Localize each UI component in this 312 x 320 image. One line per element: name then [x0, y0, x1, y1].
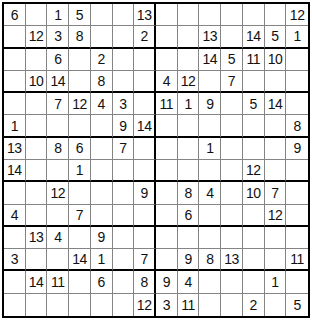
cell-r8c5-empty[interactable] — [91, 160, 113, 182]
cell-r3c12-given: 11 — [243, 49, 265, 71]
cell-r10c12-empty[interactable] — [243, 205, 265, 227]
cell-r6c14-given: 8 — [286, 115, 308, 137]
cell-r2c11-empty[interactable] — [221, 26, 243, 48]
cell-r12c5-given: 1 — [91, 249, 113, 271]
cell-r4c1-empty[interactable] — [4, 71, 26, 93]
cell-r14c8-given: 3 — [156, 294, 178, 316]
cell-r7c13-empty[interactable] — [265, 138, 287, 160]
cell-r8c11-empty[interactable] — [221, 160, 243, 182]
cell-r7c5-empty[interactable] — [91, 138, 113, 160]
cell-r8c9-empty[interactable] — [178, 160, 200, 182]
cell-r14c4-empty[interactable] — [69, 294, 91, 316]
cell-r11c2-given: 13 — [26, 227, 48, 249]
cell-r14c11-empty[interactable] — [221, 294, 243, 316]
cell-r10c11-empty[interactable] — [221, 205, 243, 227]
cell-r4c11-given: 7 — [221, 71, 243, 93]
cell-r3c1-empty[interactable] — [4, 49, 26, 71]
cell-r9c6-empty[interactable] — [113, 182, 135, 204]
cell-r2c10-given: 13 — [199, 26, 221, 48]
cell-r9c7-given: 9 — [134, 182, 156, 204]
cell-r1c13-empty[interactable] — [265, 4, 287, 26]
cell-r11c10-empty[interactable] — [199, 227, 221, 249]
cell-r10c5-empty[interactable] — [91, 205, 113, 227]
cell-r13c14-empty[interactable] — [286, 271, 308, 293]
cell-r9c12-given: 10 — [243, 182, 265, 204]
cell-r9c10-given: 4 — [199, 182, 221, 204]
cell-r2c2-given: 12 — [26, 26, 48, 48]
cell-r9c4-empty[interactable] — [69, 182, 91, 204]
cell-r9c8-empty[interactable] — [156, 182, 178, 204]
cell-r2c4-given: 8 — [69, 26, 91, 48]
cell-r4c8-given: 4 — [156, 71, 178, 93]
cell-r14c2-empty[interactable] — [26, 294, 48, 316]
cell-r1c3-given: 1 — [47, 4, 69, 26]
cell-r13c13-given: 1 — [265, 271, 287, 293]
cell-r14c3-empty[interactable] — [47, 294, 69, 316]
cell-r5c4-given: 12 — [69, 93, 91, 115]
cell-r14c7-given: 12 — [134, 294, 156, 316]
cell-r4c4-empty[interactable] — [69, 71, 91, 93]
cell-r12c7-given: 7 — [134, 249, 156, 271]
cell-r2c14-given: 1 — [286, 26, 308, 48]
cell-r4c14-empty[interactable] — [286, 71, 308, 93]
cell-r9c3-given: 12 — [47, 182, 69, 204]
cell-r6c8-empty[interactable] — [156, 115, 178, 137]
cell-r4c6-empty[interactable] — [113, 71, 135, 93]
cell-r4c12-empty[interactable] — [243, 71, 265, 93]
cell-r9c14-empty[interactable] — [286, 182, 308, 204]
cell-r6c5-empty[interactable] — [91, 115, 113, 137]
cell-r7c7-empty[interactable] — [134, 138, 156, 160]
cell-r10c9-given: 6 — [178, 205, 200, 227]
cell-r3c5-given: 2 — [91, 49, 113, 71]
cell-r12c11-given: 13 — [221, 249, 243, 271]
cell-r6c9-empty[interactable] — [178, 115, 200, 137]
cell-r1c10-empty[interactable] — [199, 4, 221, 26]
cell-r4c13-empty[interactable] — [265, 71, 287, 93]
cell-r8c4-given: 1 — [69, 160, 91, 182]
cell-r12c2-empty[interactable] — [26, 249, 48, 271]
cell-r1c2-empty[interactable] — [26, 4, 48, 26]
cell-r7c1-given: 13 — [4, 138, 26, 160]
cell-r11c11-empty[interactable] — [221, 227, 243, 249]
cell-r2c5-empty[interactable] — [91, 26, 113, 48]
cell-r3c8-empty[interactable] — [156, 49, 178, 71]
cell-r8c10-empty[interactable] — [199, 160, 221, 182]
cell-r7c12-empty[interactable] — [243, 138, 265, 160]
cell-r8c8-empty[interactable] — [156, 160, 178, 182]
cell-r8c3-empty[interactable] — [47, 160, 69, 182]
cell-r11c7-empty[interactable] — [134, 227, 156, 249]
cell-r1c4-given: 5 — [69, 4, 91, 26]
cell-r9c13-given: 7 — [265, 182, 287, 204]
cell-r7c8-empty[interactable] — [156, 138, 178, 160]
cell-r6c11-empty[interactable] — [221, 115, 243, 137]
sudoku-board: 6151312123821314516214511101014841277124… — [2, 2, 310, 318]
cell-r5c7-empty[interactable] — [134, 93, 156, 115]
cell-r10c7-empty[interactable] — [134, 205, 156, 227]
cell-r8c1-given: 14 — [4, 160, 26, 182]
cell-r11c9-empty[interactable] — [178, 227, 200, 249]
cell-r7c6-given: 7 — [113, 138, 135, 160]
cell-r10c3-empty[interactable] — [47, 205, 69, 227]
cell-r14c1-empty[interactable] — [4, 294, 26, 316]
cell-r13c5-given: 6 — [91, 271, 113, 293]
cell-r10c8-empty[interactable] — [156, 205, 178, 227]
cell-r12c10-given: 8 — [199, 249, 221, 271]
cell-r11c5-given: 9 — [91, 227, 113, 249]
cell-r13c1-empty[interactable] — [4, 271, 26, 293]
cell-r13c9-given: 4 — [178, 271, 200, 293]
cell-r3c6-empty[interactable] — [113, 49, 135, 71]
cell-r3c13-given: 10 — [265, 49, 287, 71]
cell-r8c14-empty[interactable] — [286, 160, 308, 182]
cell-r12c8-empty[interactable] — [156, 249, 178, 271]
cell-r7c14-given: 9 — [286, 138, 308, 160]
cell-r5c13-given: 14 — [265, 93, 287, 115]
cell-r6c6-given: 9 — [113, 115, 135, 137]
cell-r9c2-empty[interactable] — [26, 182, 48, 204]
cell-r1c5-empty[interactable] — [91, 4, 113, 26]
cell-r13c12-empty[interactable] — [243, 271, 265, 293]
cell-r1c7-given: 13 — [134, 4, 156, 26]
cell-r3c4-empty[interactable] — [69, 49, 91, 71]
cell-r5c9-given: 1 — [178, 93, 200, 115]
cell-r14c6-empty[interactable] — [113, 294, 135, 316]
cell-r6c12-empty[interactable] — [243, 115, 265, 137]
cell-r14c10-empty[interactable] — [199, 294, 221, 316]
cell-r7c10-given: 1 — [199, 138, 221, 160]
cell-r2c3-given: 3 — [47, 26, 69, 48]
cell-r5c11-empty[interactable] — [221, 93, 243, 115]
cell-r12c13-empty[interactable] — [265, 249, 287, 271]
cell-r3c10-given: 14 — [199, 49, 221, 71]
cell-r4c2-given: 10 — [26, 71, 48, 93]
cell-r14c12-given: 2 — [243, 294, 265, 316]
cell-r3c11-given: 5 — [221, 49, 243, 71]
cell-r6c4-empty[interactable] — [69, 115, 91, 137]
cell-r2c6-empty[interactable] — [113, 26, 135, 48]
cell-r3c14-empty[interactable] — [286, 49, 308, 71]
cell-r10c1-given: 4 — [4, 205, 26, 227]
cell-r12c1-given: 3 — [4, 249, 26, 271]
cell-r1c8-empty[interactable] — [156, 4, 178, 26]
cell-r9c9-given: 8 — [178, 182, 200, 204]
cell-r10c6-empty[interactable] — [113, 205, 135, 227]
cell-r11c14-empty[interactable] — [286, 227, 308, 249]
cell-r9c11-empty[interactable] — [221, 182, 243, 204]
cell-r6c13-empty[interactable] — [265, 115, 287, 137]
cell-r5c14-empty[interactable] — [286, 93, 308, 115]
cell-r7c4-given: 6 — [69, 138, 91, 160]
cell-r11c4-empty[interactable] — [69, 227, 91, 249]
cell-r4c10-empty[interactable] — [199, 71, 221, 93]
cell-r5c8-given: 11 — [156, 93, 178, 115]
cell-r11c3-given: 4 — [47, 227, 69, 249]
cell-r3c7-empty[interactable] — [134, 49, 156, 71]
cell-r14c5-empty[interactable] — [91, 294, 113, 316]
cell-r11c1-empty[interactable] — [4, 227, 26, 249]
cell-r13c3-given: 11 — [47, 271, 69, 293]
cell-r4c5-given: 8 — [91, 71, 113, 93]
cell-r2c8-empty[interactable] — [156, 26, 178, 48]
cell-r1c14-given: 12 — [286, 4, 308, 26]
cell-r8c13-empty[interactable] — [265, 160, 287, 182]
cell-r8c12-given: 12 — [243, 160, 265, 182]
cell-r5c10-given: 9 — [199, 93, 221, 115]
cell-r12c9-given: 9 — [178, 249, 200, 271]
cell-r2c9-empty[interactable] — [178, 26, 200, 48]
cell-r1c1-given: 6 — [4, 4, 26, 26]
cell-r8c2-empty[interactable] — [26, 160, 48, 182]
cell-r5c3-given: 7 — [47, 93, 69, 115]
cell-r5c6-given: 3 — [113, 93, 135, 115]
cell-r2c13-given: 5 — [265, 26, 287, 48]
cell-r7c9-empty[interactable] — [178, 138, 200, 160]
cell-r13c11-empty[interactable] — [221, 271, 243, 293]
cell-r7c11-empty[interactable] — [221, 138, 243, 160]
cell-r11c12-empty[interactable] — [243, 227, 265, 249]
cell-r10c4-given: 7 — [69, 205, 91, 227]
cell-r3c3-given: 6 — [47, 49, 69, 71]
cell-r11c8-empty[interactable] — [156, 227, 178, 249]
cell-r6c2-empty[interactable] — [26, 115, 48, 137]
cell-r13c7-given: 8 — [134, 271, 156, 293]
cell-r11c6-empty[interactable] — [113, 227, 135, 249]
cell-r12c12-empty[interactable] — [243, 249, 265, 271]
cell-r2c1-empty[interactable] — [4, 26, 26, 48]
cell-r14c14-given: 5 — [286, 294, 308, 316]
cell-r10c13-given: 12 — [265, 205, 287, 227]
cell-r6c3-empty[interactable] — [47, 115, 69, 137]
cell-r10c10-empty[interactable] — [199, 205, 221, 227]
cell-r5c1-empty[interactable] — [4, 93, 26, 115]
cell-r12c6-empty[interactable] — [113, 249, 135, 271]
cell-r13c8-given: 9 — [156, 271, 178, 293]
cell-r5c5-given: 4 — [91, 93, 113, 115]
cell-r3c9-empty[interactable] — [178, 49, 200, 71]
cell-r12c14-given: 11 — [286, 249, 308, 271]
cell-r10c2-empty[interactable] — [26, 205, 48, 227]
cell-r14c13-empty[interactable] — [265, 294, 287, 316]
cell-r1c6-empty[interactable] — [113, 4, 135, 26]
cell-r6c1-given: 1 — [4, 115, 26, 137]
cell-r13c6-empty[interactable] — [113, 271, 135, 293]
cell-r1c12-empty[interactable] — [243, 4, 265, 26]
cell-r4c3-given: 14 — [47, 71, 69, 93]
cell-r8c6-empty[interactable] — [113, 160, 135, 182]
cell-r2c12-given: 14 — [243, 26, 265, 48]
cell-r13c2-given: 14 — [26, 271, 48, 293]
cell-r7c3-given: 8 — [47, 138, 69, 160]
cell-r4c7-empty[interactable] — [134, 71, 156, 93]
cell-r2c7-given: 2 — [134, 26, 156, 48]
cell-r1c9-empty[interactable] — [178, 4, 200, 26]
cell-r9c5-empty[interactable] — [91, 182, 113, 204]
cell-r10c14-empty[interactable] — [286, 205, 308, 227]
cell-r14c9-given: 11 — [178, 294, 200, 316]
cell-r12c3-empty[interactable] — [47, 249, 69, 271]
cell-r6c7-given: 14 — [134, 115, 156, 137]
cell-r7c2-empty[interactable] — [26, 138, 48, 160]
cell-r13c4-empty[interactable] — [69, 271, 91, 293]
cell-r3c2-empty[interactable] — [26, 49, 48, 71]
cell-r1c11-empty[interactable] — [221, 4, 243, 26]
cell-r12c4-given: 14 — [69, 249, 91, 271]
cell-r11c13-empty[interactable] — [265, 227, 287, 249]
cell-r9c1-empty[interactable] — [4, 182, 26, 204]
cell-r13c10-empty[interactable] — [199, 271, 221, 293]
cell-r8c7-empty[interactable] — [134, 160, 156, 182]
cell-r5c12-given: 5 — [243, 93, 265, 115]
cell-r6c10-empty[interactable] — [199, 115, 221, 137]
cell-r4c9-given: 12 — [178, 71, 200, 93]
cell-r5c2-empty[interactable] — [26, 93, 48, 115]
